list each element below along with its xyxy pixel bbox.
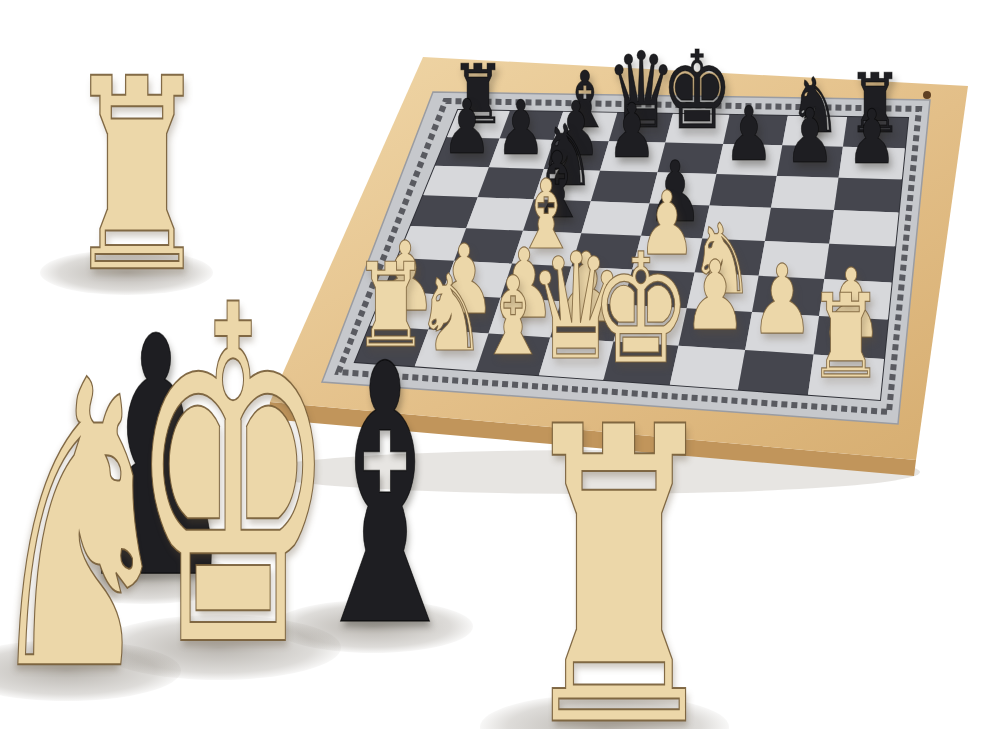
white-rook-h1: ♜ xyxy=(807,279,884,395)
black-pawn-g7: ♟ xyxy=(785,98,835,173)
black-pawn-h7: ♟ xyxy=(847,100,897,175)
foreground-white-rook: ♜ xyxy=(513,375,725,729)
frame-screw-hole xyxy=(923,91,931,99)
square-g1 xyxy=(738,350,814,395)
white-pawn-g2: ♟ xyxy=(750,252,814,348)
foreground-white-knight: ♞ xyxy=(0,330,177,725)
square-h5 xyxy=(829,210,898,247)
square-h6 xyxy=(834,178,902,213)
square-g5 xyxy=(765,208,834,244)
square-g6 xyxy=(771,176,839,210)
black-king-e8: ♚ xyxy=(661,37,733,145)
black-pawn-a7: ♟ xyxy=(442,89,492,164)
white-pawn-f2: ♟ xyxy=(683,248,747,344)
black-pawn-f7: ♟ xyxy=(724,97,774,172)
chess-set-photo: ♜♝♛♚♞♜♟♟♟♟♟♟♟♞♝♟♝♟♞♟♟♟♟♟♟♟♜♞♝♛♚♜ ♜♞♟♚♝♜ xyxy=(0,0,1000,729)
